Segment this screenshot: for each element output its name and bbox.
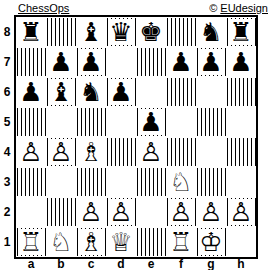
rank-labels: 87654321 <box>0 15 14 259</box>
white-pawn-icon: ♙ <box>48 139 73 165</box>
square-a8: ♜ <box>16 17 46 47</box>
square-g1: ♔ <box>196 227 226 257</box>
square-g7: ♟ <box>196 47 226 77</box>
square-a2 <box>16 197 46 227</box>
square-b5 <box>46 107 76 137</box>
square-d5 <box>106 107 136 137</box>
white-queen-icon: ♕ <box>108 229 133 255</box>
white-pawn-icon: ♙ <box>18 139 43 165</box>
file-label-b: b <box>46 259 76 270</box>
file-label-g: g <box>196 259 226 270</box>
square-d4 <box>106 137 136 167</box>
square-f3: ♘ <box>166 167 196 197</box>
eudesign-link[interactable]: EUdesign <box>220 2 268 14</box>
file-label-a: a <box>16 259 46 270</box>
square-b7: ♟ <box>46 47 76 77</box>
square-f5 <box>166 107 196 137</box>
square-c8: ♝ <box>76 17 106 47</box>
file-label-d: d <box>106 259 136 270</box>
square-e3 <box>136 167 166 197</box>
square-b1: ♘ <box>46 227 76 257</box>
white-king-icon: ♔ <box>198 229 223 255</box>
square-e2 <box>136 197 166 227</box>
square-c6: ♞ <box>76 77 106 107</box>
square-b8 <box>46 17 76 47</box>
square-c2: ♙ <box>76 197 106 227</box>
square-e4: ♙ <box>136 137 166 167</box>
black-rook-icon: ♜ <box>18 19 43 45</box>
white-rook-icon: ♖ <box>18 229 43 255</box>
square-f8 <box>166 17 196 47</box>
square-a1: ♖ <box>16 227 46 257</box>
square-a5 <box>16 107 46 137</box>
square-d1: ♕ <box>106 227 136 257</box>
square-d3 <box>106 167 136 197</box>
square-g8: ♞ <box>196 17 226 47</box>
black-knight-icon: ♞ <box>78 79 103 105</box>
square-g5 <box>196 107 226 137</box>
black-rook-icon: ♜ <box>228 19 253 45</box>
square-a7 <box>16 47 46 77</box>
white-pawn-icon: ♙ <box>228 199 253 225</box>
rank-label-7: 7 <box>0 47 14 77</box>
square-e7 <box>136 47 166 77</box>
file-label-c: c <box>76 259 106 270</box>
square-e8: ♚ <box>136 17 166 47</box>
square-c3 <box>76 167 106 197</box>
black-king-icon: ♚ <box>138 19 163 45</box>
square-h1 <box>226 227 256 257</box>
square-g3 <box>196 167 226 197</box>
square-f2: ♙ <box>166 197 196 227</box>
square-h6 <box>226 77 256 107</box>
square-h5 <box>226 107 256 137</box>
square-g4 <box>196 137 226 167</box>
white-pawn-icon: ♙ <box>138 139 163 165</box>
black-pawn-icon: ♟ <box>138 109 163 135</box>
black-bishop-icon: ♝ <box>48 79 73 105</box>
square-a6: ♟ <box>16 77 46 107</box>
chessops-diagram-page: ChessOps © EUdesign 87654321 ♜♝♛♚♞♜♟♟♟♟♟… <box>0 0 270 270</box>
square-b6: ♝ <box>46 77 76 107</box>
square-e1 <box>136 227 166 257</box>
black-pawn-icon: ♟ <box>228 49 253 75</box>
rank-label-3: 3 <box>0 167 14 197</box>
black-pawn-icon: ♟ <box>198 49 223 75</box>
black-pawn-icon: ♟ <box>108 79 133 105</box>
square-c5 <box>76 107 106 137</box>
black-knight-icon: ♞ <box>198 19 223 45</box>
square-f7: ♟ <box>166 47 196 77</box>
square-c1: ♗ <box>76 227 106 257</box>
file-labels: abcdefgh <box>14 259 258 270</box>
square-g6 <box>196 77 226 107</box>
square-d7 <box>106 47 136 77</box>
white-knight-icon: ♘ <box>168 169 193 195</box>
square-g2: ♙ <box>196 197 226 227</box>
square-c7: ♟ <box>76 47 106 77</box>
file-label-e: e <box>136 259 166 270</box>
white-knight-icon: ♘ <box>48 229 73 255</box>
black-pawn-icon: ♟ <box>168 49 193 75</box>
file-label-f: f <box>166 259 196 270</box>
chessops-link[interactable]: ChessOps <box>18 2 69 15</box>
rank-label-1: 1 <box>0 227 14 257</box>
file-label-h: h <box>226 259 256 270</box>
black-queen-icon: ♛ <box>108 19 133 45</box>
white-pawn-icon: ♙ <box>78 199 103 225</box>
black-pawn-icon: ♟ <box>18 79 43 105</box>
square-h4 <box>226 137 256 167</box>
square-f1: ♖ <box>166 227 196 257</box>
white-pawn-icon: ♙ <box>168 199 193 225</box>
square-h7: ♟ <box>226 47 256 77</box>
square-f4 <box>166 137 196 167</box>
white-rook-icon: ♖ <box>168 229 193 255</box>
white-bishop-icon: ♗ <box>78 229 103 255</box>
square-b2 <box>46 197 76 227</box>
copyright-symbol: © <box>209 2 217 14</box>
rank-label-6: 6 <box>0 77 14 107</box>
square-d8: ♛ <box>106 17 136 47</box>
square-h3 <box>226 167 256 197</box>
square-b3 <box>46 167 76 197</box>
square-e6 <box>136 77 166 107</box>
black-bishop-icon: ♝ <box>78 19 103 45</box>
rank-label-2: 2 <box>0 197 14 227</box>
square-b4: ♙ <box>46 137 76 167</box>
square-d6: ♟ <box>106 77 136 107</box>
rank-label-5: 5 <box>0 107 14 137</box>
header: ChessOps © EUdesign <box>0 0 270 15</box>
white-bishop-icon: ♗ <box>78 139 103 165</box>
rank-label-8: 8 <box>0 17 14 47</box>
square-a3 <box>16 167 46 197</box>
black-pawn-icon: ♟ <box>48 49 73 75</box>
square-d2: ♙ <box>106 197 136 227</box>
square-c4: ♗ <box>76 137 106 167</box>
chess-board: ♜♝♛♚♞♜♟♟♟♟♟♟♝♞♟♟♙♙♗♙♘♙♙♙♙♙♖♘♗♕♖♔ <box>14 15 258 259</box>
white-pawn-icon: ♙ <box>108 199 133 225</box>
square-f6 <box>166 77 196 107</box>
rank-label-4: 4 <box>0 137 14 167</box>
copyright: © EUdesign <box>209 2 268 15</box>
square-e5: ♟ <box>136 107 166 137</box>
square-a4: ♙ <box>16 137 46 167</box>
board-area: 87654321 ♜♝♛♚♞♜♟♟♟♟♟♟♝♞♟♟♙♙♗♙♘♙♙♙♙♙♖♘♗♕♖… <box>0 15 270 270</box>
square-h8: ♜ <box>226 17 256 47</box>
white-pawn-icon: ♙ <box>198 199 223 225</box>
square-h2: ♙ <box>226 197 256 227</box>
black-pawn-icon: ♟ <box>78 49 103 75</box>
